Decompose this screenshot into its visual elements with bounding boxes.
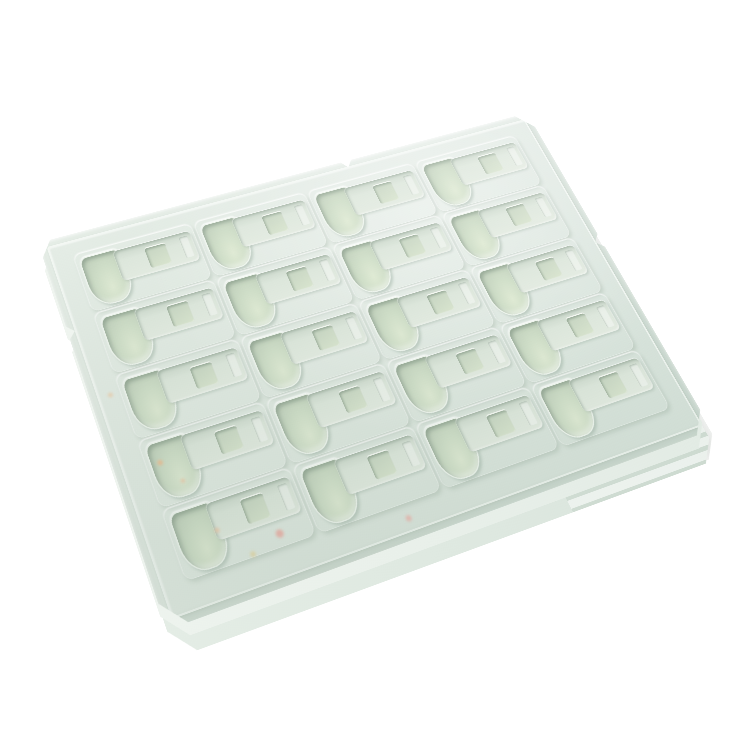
cavity-channel: [231, 199, 316, 247]
cavity-pocket: [565, 312, 595, 339]
cavity-pocket: [372, 181, 400, 205]
cavity-pocket: [477, 152, 504, 175]
cavity-pocket: [505, 203, 533, 227]
cavity-pocket: [485, 409, 516, 438]
cavity-pocket: [213, 424, 244, 455]
cavity-pocket: [261, 211, 289, 236]
cavity-pocket: [311, 324, 341, 352]
cavity-pocket: [189, 361, 219, 390]
cavity-channel: [450, 142, 529, 186]
cavity-pocket: [455, 347, 485, 375]
cavity-pocket: [534, 256, 563, 281]
cavity-pocket: [144, 242, 172, 268]
cavity-pocket: [166, 300, 195, 327]
cavity-pocket: [598, 371, 629, 399]
cavity-pocket: [338, 385, 369, 414]
cavity-pocket: [285, 266, 314, 292]
cavity-channel: [113, 231, 201, 281]
cavity-pocket: [398, 233, 426, 258]
cavity-pocket: [366, 449, 398, 480]
cavity-pocket: [426, 289, 455, 315]
cavity-channel: [344, 170, 426, 216]
photo-background: [0, 0, 750, 750]
cavity-pocket: [239, 492, 271, 525]
cavity-channel: [477, 192, 558, 238]
cavity-channel: [506, 245, 588, 294]
